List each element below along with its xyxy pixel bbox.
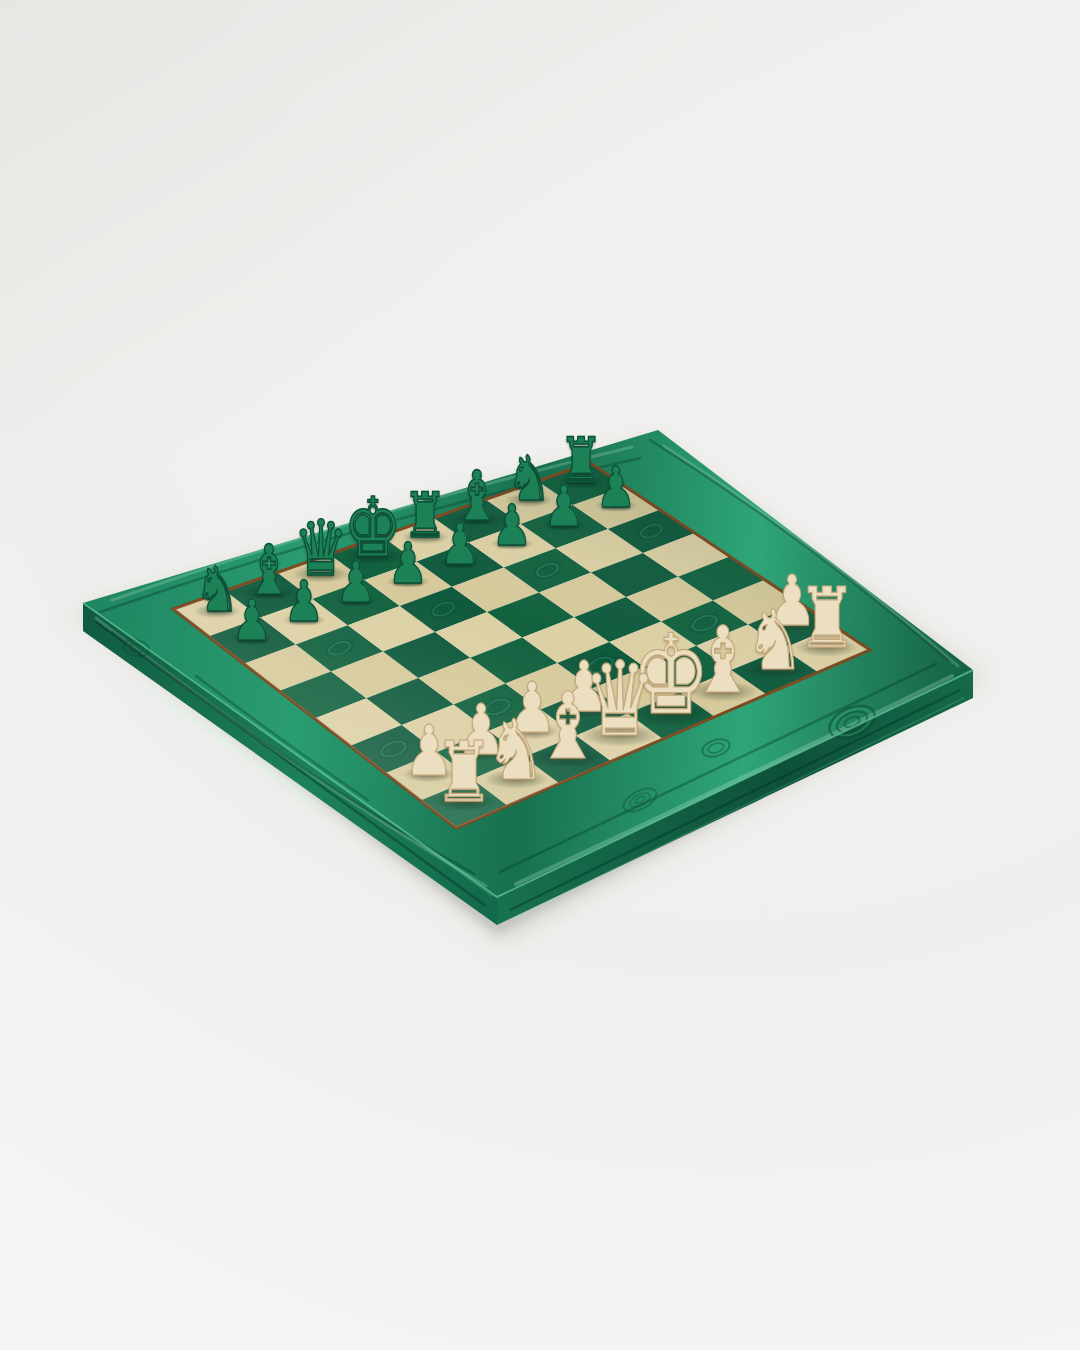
piece-green-pawn-e7[interactable]: ♟ bbox=[440, 516, 481, 573]
piece-green-pawn-h7[interactable]: ♟ bbox=[596, 459, 637, 516]
piece-green-pawn-a7[interactable]: ♟ bbox=[232, 592, 273, 649]
piece-cream-rook-a1[interactable]: ♜ bbox=[434, 731, 494, 815]
piece-green-pawn-g7[interactable]: ♟ bbox=[544, 478, 585, 535]
piece-cream-knight-b1[interactable]: ♞ bbox=[486, 709, 546, 793]
photo-backdrop: ♜♞♟♝♟♜♟♚♟♛♟♝♟♞♟♟♟♜♞♝♟♚♟♛♟♝♟♞♜ bbox=[0, 0, 1080, 1350]
piece-green-pawn-f7[interactable]: ♟ bbox=[492, 497, 533, 554]
piece-green-pawn-b7[interactable]: ♟ bbox=[284, 573, 325, 630]
piece-cream-rook-h1[interactable]: ♜ bbox=[797, 577, 857, 661]
piece-green-pawn-c7[interactable]: ♟ bbox=[336, 554, 377, 611]
piece-green-pawn-d7[interactable]: ♟ bbox=[388, 535, 429, 592]
